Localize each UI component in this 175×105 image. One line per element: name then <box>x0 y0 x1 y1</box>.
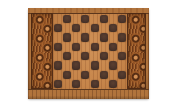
square-a4[interactable] <box>53 52 62 61</box>
dark-square-inlay <box>118 52 126 60</box>
square-b3[interactable] <box>62 61 71 70</box>
square-b1[interactable] <box>62 80 71 89</box>
dark-square-inlay <box>91 80 99 88</box>
square-c2[interactable] <box>72 70 81 79</box>
square-h8[interactable] <box>118 14 127 23</box>
square-b6[interactable] <box>62 33 71 42</box>
dark-square-inlay <box>72 61 80 69</box>
square-h5[interactable] <box>118 42 127 51</box>
square-g3[interactable] <box>109 61 118 70</box>
square-f7[interactable] <box>99 23 108 32</box>
carved-wooden-game-board <box>28 8 149 99</box>
square-c8[interactable] <box>72 14 81 23</box>
dark-square-inlay <box>63 15 71 23</box>
square-f2[interactable] <box>99 70 108 79</box>
square-d4[interactable] <box>81 52 90 61</box>
dark-square-inlay <box>63 52 71 60</box>
square-b4[interactable] <box>62 52 71 61</box>
dark-square-inlay <box>118 33 126 41</box>
dark-square-inlay <box>63 71 71 79</box>
dark-square-inlay <box>72 24 80 32</box>
square-f5[interactable] <box>99 42 108 51</box>
square-d6[interactable] <box>81 33 90 42</box>
dark-square-inlay <box>91 61 99 69</box>
dark-square-inlay <box>100 52 108 60</box>
square-h2[interactable] <box>118 70 127 79</box>
square-d5[interactable] <box>81 42 90 51</box>
square-a3[interactable] <box>53 61 62 70</box>
square-e4[interactable] <box>90 52 99 61</box>
square-c5[interactable] <box>72 42 81 51</box>
dark-square-inlay <box>63 33 71 41</box>
square-c3[interactable] <box>72 61 81 70</box>
square-d1[interactable] <box>81 80 90 89</box>
dark-square-inlay <box>72 43 80 51</box>
dark-square-inlay <box>54 43 62 51</box>
square-f4[interactable] <box>99 52 108 61</box>
square-g8[interactable] <box>109 14 118 23</box>
square-d3[interactable] <box>81 61 90 70</box>
square-g1[interactable] <box>109 80 118 89</box>
dark-square-inlay <box>118 71 126 79</box>
square-d7[interactable] <box>81 23 90 32</box>
square-c7[interactable] <box>72 23 81 32</box>
square-g7[interactable] <box>109 23 118 32</box>
square-a7[interactable] <box>53 23 62 32</box>
square-f3[interactable] <box>99 61 108 70</box>
square-a6[interactable] <box>53 33 62 42</box>
checkerboard-field <box>53 14 127 89</box>
square-g5[interactable] <box>109 42 118 51</box>
dark-square-inlay <box>100 15 108 23</box>
right-carved-panel <box>127 13 146 89</box>
dark-square-inlay <box>81 52 89 60</box>
dark-square-inlay <box>54 80 62 88</box>
square-f1[interactable] <box>99 80 108 89</box>
square-b5[interactable] <box>62 42 71 51</box>
square-d8[interactable] <box>81 14 90 23</box>
square-c1[interactable] <box>72 80 81 89</box>
dark-square-inlay <box>109 24 117 32</box>
dark-square-inlay <box>81 71 89 79</box>
square-e2[interactable] <box>90 70 99 79</box>
square-h1[interactable] <box>118 80 127 89</box>
square-a8[interactable] <box>53 14 62 23</box>
square-g6[interactable] <box>109 33 118 42</box>
square-g4[interactable] <box>109 52 118 61</box>
dark-square-inlay <box>54 61 62 69</box>
square-a1[interactable] <box>53 80 62 89</box>
left-carved-panel <box>31 13 53 89</box>
square-h6[interactable] <box>118 33 127 42</box>
square-d2[interactable] <box>81 70 90 79</box>
square-f8[interactable] <box>99 14 108 23</box>
dark-square-inlay <box>118 15 126 23</box>
dark-square-inlay <box>81 15 89 23</box>
square-g2[interactable] <box>109 70 118 79</box>
dark-square-inlay <box>54 24 62 32</box>
dark-square-inlay <box>109 61 117 69</box>
square-h3[interactable] <box>118 61 127 70</box>
square-c6[interactable] <box>72 33 81 42</box>
square-e3[interactable] <box>90 61 99 70</box>
square-a2[interactable] <box>53 70 62 79</box>
dark-square-inlay <box>109 80 117 88</box>
square-h7[interactable] <box>118 23 127 32</box>
dark-square-inlay <box>91 24 99 32</box>
square-b7[interactable] <box>62 23 71 32</box>
square-b2[interactable] <box>62 70 71 79</box>
square-b8[interactable] <box>62 14 71 23</box>
square-c4[interactable] <box>72 52 81 61</box>
dark-square-inlay <box>72 80 80 88</box>
square-e7[interactable] <box>90 23 99 32</box>
square-a5[interactable] <box>53 42 62 51</box>
square-f6[interactable] <box>99 33 108 42</box>
dark-square-inlay <box>81 33 89 41</box>
square-e1[interactable] <box>90 80 99 89</box>
dark-square-inlay <box>109 43 117 51</box>
square-h4[interactable] <box>118 52 127 61</box>
dark-square-inlay <box>100 33 108 41</box>
square-e8[interactable] <box>90 14 99 23</box>
square-e5[interactable] <box>90 42 99 51</box>
dark-square-inlay <box>100 71 108 79</box>
square-e6[interactable] <box>90 33 99 42</box>
dark-square-inlay <box>91 43 99 51</box>
board-frame-bottom <box>28 89 149 99</box>
